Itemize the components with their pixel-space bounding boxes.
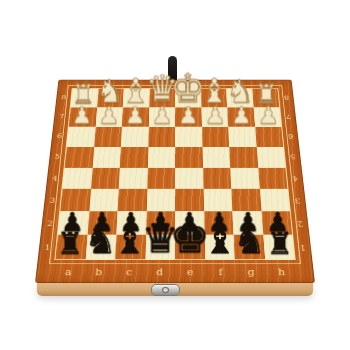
square-a4[interactable] [62,167,92,189]
file-label-f: f [205,262,236,282]
rank-label-4: 4 [47,167,63,189]
square-f1[interactable]: ♝ [204,235,235,259]
square-a5[interactable] [65,147,94,168]
rank-label-5: 5 [49,146,65,167]
rank-label-right-2: 2 [292,212,309,236]
square-g4[interactable] [230,167,259,189]
piece-black-rook[interactable]: ♜ [57,229,84,259]
piece-black-knight[interactable]: ♞ [84,223,117,259]
square-c5[interactable] [120,147,148,168]
square-a7[interactable]: ♟ [69,107,97,126]
square-g7[interactable]: ♟ [227,107,255,126]
playing-area: ♜♞♝♛♚♝♞♜♟♟♟♟♟♟♟♟♟♟♟♟♟♟♟♟♜♞♝♛♚♝♞♜ [54,88,295,260]
rank-label-3: 3 [44,189,60,212]
square-d6[interactable] [148,127,175,147]
square-b1[interactable]: ♞ [85,235,116,259]
piece-black-bishop[interactable]: ♝ [203,221,237,259]
rank-label-6: 6 [52,126,67,146]
rank-label-right-8: 8 [279,88,294,107]
square-e1[interactable]: ♚ [175,235,205,259]
piece-white-pawn[interactable]: ♟ [178,103,199,127]
square-g1[interactable]: ♞ [234,235,265,259]
square-d7[interactable]: ♟ [148,107,175,126]
piece-white-pawn[interactable]: ♟ [231,103,252,127]
rank-label-right-7: 7 [281,107,296,126]
rank-label-right-5: 5 [285,146,301,167]
square-d4[interactable] [147,167,175,189]
square-h7[interactable]: ♟ [253,107,281,126]
square-b7[interactable]: ♟ [95,107,123,126]
file-label-g: g [235,262,267,282]
square-b5[interactable] [92,147,121,168]
square-f4[interactable] [203,167,232,189]
rank-label-1: 1 [39,235,56,260]
square-h1[interactable]: ♜ [263,235,295,259]
squares-grid: ♜♞♝♛♚♝♞♜♟♟♟♟♟♟♟♟♟♟♟♟♟♟♟♟♜♞♝♛♚♝♞♜ [55,89,294,259]
rank-label-right-3: 3 [289,189,305,212]
rank-label-right-6: 6 [283,126,298,146]
square-h5[interactable] [256,147,285,168]
file-label-h: h [266,262,298,282]
square-c4[interactable] [119,167,148,189]
board-side-edge [37,283,313,296]
square-f5[interactable] [202,147,230,168]
rank-label-right-4: 4 [287,167,303,189]
rank-label-8: 8 [56,88,71,107]
piece-white-pawn[interactable]: ♟ [204,103,225,127]
rank-label-right-1: 1 [294,235,311,260]
square-f6[interactable] [202,127,230,147]
piece-black-rook[interactable]: ♜ [266,229,293,259]
square-b6[interactable] [94,127,122,147]
piece-black-knight[interactable]: ♞ [233,223,266,259]
file-label-b: b [83,262,115,282]
square-b4[interactable] [91,167,120,189]
piece-white-pawn[interactable]: ♟ [71,103,92,127]
file-label-d: d [144,262,175,282]
piece-white-pawn[interactable]: ♟ [98,103,119,127]
square-h6[interactable] [255,127,284,147]
file-labels: abcdefgh [52,262,298,282]
piece-white-pawn[interactable]: ♟ [257,103,278,127]
square-f7[interactable]: ♟ [201,107,228,126]
metal-clasp [151,284,180,296]
chess-set-photo: 87654321 87654321 abcdefgh ♜♞♝♛♚♝♞♜♟♟♟♟♟… [0,0,350,350]
square-e5[interactable] [175,147,203,168]
piece-white-pawn[interactable]: ♟ [151,103,172,127]
square-e6[interactable] [175,127,202,147]
square-c6[interactable] [121,127,149,147]
rank-label-7: 7 [54,107,69,126]
square-a1[interactable]: ♜ [55,235,87,259]
square-h4[interactable] [258,167,288,189]
file-label-c: c [114,262,145,282]
file-label-e: e [175,262,206,282]
square-c7[interactable]: ♟ [122,107,149,126]
chess-board: 87654321 87654321 abcdefgh ♜♞♝♛♚♝♞♜♟♟♟♟♟… [35,80,315,283]
square-e4[interactable] [175,167,203,189]
square-d5[interactable] [147,147,175,168]
piece-white-pawn[interactable]: ♟ [125,103,146,127]
square-g5[interactable] [229,147,258,168]
square-g6[interactable] [228,127,256,147]
square-e7[interactable]: ♟ [175,107,202,126]
square-a6[interactable] [67,127,96,147]
file-label-a: a [52,262,84,282]
